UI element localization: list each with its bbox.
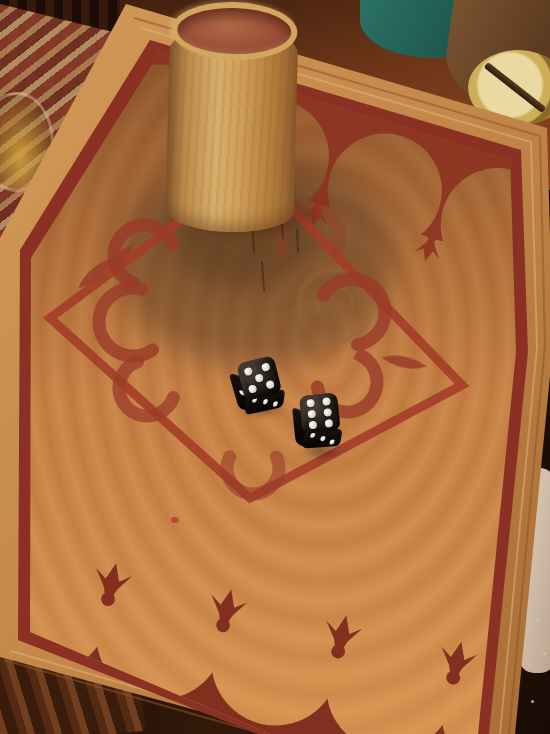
die-pip (320, 436, 326, 441)
die-pip (323, 408, 332, 417)
die-pip (254, 373, 264, 383)
die-pip (272, 401, 277, 407)
photo-scene (0, 0, 550, 734)
die-pip (265, 380, 275, 390)
die-pip (307, 398, 316, 407)
die-pip (322, 397, 331, 406)
die-pip (248, 384, 258, 394)
die-pip (329, 439, 335, 444)
die-pip (309, 421, 318, 430)
die-pip (310, 433, 316, 438)
die-pip (308, 410, 317, 419)
dice-cup[interactable] (165, 2, 299, 233)
die-pip (243, 367, 253, 377)
die-pip (261, 362, 271, 372)
die-2[interactable] (291, 389, 356, 461)
die-pip (324, 419, 333, 428)
die-pip (262, 399, 267, 405)
die-2-top-face (299, 392, 341, 434)
